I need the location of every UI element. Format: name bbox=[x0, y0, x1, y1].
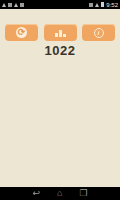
info-button[interactable]: i bbox=[82, 24, 115, 41]
notification-icon bbox=[2, 3, 6, 7]
leaderboard-button[interactable] bbox=[44, 24, 77, 41]
vibrate-icon bbox=[89, 3, 93, 7]
notification-icon bbox=[14, 3, 18, 7]
signal-icon bbox=[95, 3, 99, 7]
score-value: 1022 bbox=[0, 43, 120, 59]
recents-icon[interactable]: ❐ bbox=[79, 187, 87, 200]
home-icon[interactable]: ⌂ bbox=[57, 187, 62, 200]
notification-icon bbox=[20, 3, 24, 7]
info-icon: i bbox=[94, 28, 104, 38]
restart-button[interactable]: ⟳ bbox=[5, 24, 38, 41]
status-left-icons bbox=[2, 3, 24, 7]
status-bar: 9:52 bbox=[0, 0, 120, 9]
status-right-icons: 9:52 bbox=[89, 2, 118, 8]
podium-icon bbox=[55, 29, 66, 37]
navigation-bar: ↩ ⌂ ❐ bbox=[0, 187, 120, 200]
notification-icon bbox=[8, 3, 12, 7]
board[interactable] bbox=[0, 62, 120, 187]
phone-screen: 9:52 ⟳ i 1022 ↩ ⌂ ❐ bbox=[0, 0, 120, 200]
toolbar: ⟳ i bbox=[0, 24, 120, 41]
circular-arrow-icon: ⟳ bbox=[16, 27, 27, 38]
back-icon[interactable]: ↩ bbox=[32, 187, 40, 200]
battery-icon bbox=[101, 2, 104, 7]
clock: 9:52 bbox=[106, 2, 118, 8]
